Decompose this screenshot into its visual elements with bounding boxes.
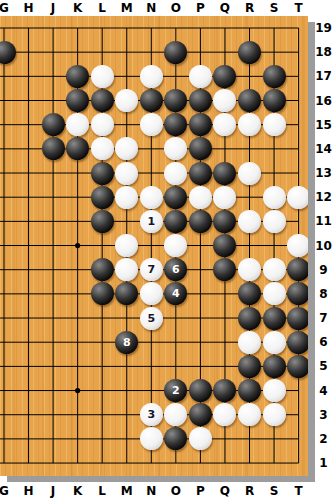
column-label-K: K: [68, 0, 88, 16]
stone-black-M6-move-8: 8: [115, 331, 138, 354]
stone-black-L8: [91, 282, 114, 305]
stone-white-L15: [91, 113, 114, 136]
stone-black-R7: [238, 307, 261, 330]
stone-black-P4: [189, 379, 212, 402]
move-number-label: 6: [164, 258, 187, 281]
stone-black-S17: [263, 65, 286, 88]
stone-white-T10: [287, 234, 308, 257]
column-label-R: R: [240, 0, 260, 16]
row-label-15: 15: [315, 117, 332, 133]
column-label-M: M: [117, 0, 137, 16]
stone-white-S9: [263, 258, 286, 281]
stone-white-Q12: [213, 186, 236, 209]
column-label-O: O: [166, 0, 186, 16]
stone-black-L16: [91, 89, 114, 112]
row-label-2: 2: [315, 431, 332, 447]
move-number-label: 1: [140, 210, 163, 233]
column-label-N: N: [141, 0, 161, 16]
column-label-J: J: [43, 0, 63, 16]
column-label-K: K: [68, 482, 88, 500]
stone-black-P13: [189, 162, 212, 185]
column-labels-bottom: GHJKLMNOPQRST: [0, 482, 332, 500]
stone-black-P16: [189, 89, 212, 112]
stone-black-L11: [91, 210, 114, 233]
column-label-P: P: [190, 482, 210, 500]
row-label-14: 14: [315, 141, 332, 157]
move-number-label: 3: [140, 403, 163, 426]
stone-black-S16: [263, 89, 286, 112]
column-label-G: G: [0, 482, 14, 500]
stone-black-O9-move-6: 6: [164, 258, 187, 281]
row-label-10: 10: [315, 238, 332, 254]
stone-white-R11: [238, 210, 261, 233]
stone-black-R4: [238, 379, 261, 402]
column-label-R: R: [240, 482, 260, 500]
stone-white-N9-move-7: 7: [140, 258, 163, 281]
column-labels-top: GHJKLMNOPQRST: [0, 0, 332, 16]
stone-black-L13: [91, 162, 114, 185]
row-label-11: 11: [315, 213, 332, 229]
stone-black-J15: [42, 113, 65, 136]
stone-black-K17: [66, 65, 89, 88]
stone-white-R6: [238, 331, 261, 354]
stone-black-O8-move-4: 4: [164, 282, 187, 305]
column-label-O: O: [166, 482, 186, 500]
stone-white-S11: [263, 210, 286, 233]
row-label-6: 6: [315, 334, 332, 350]
column-label-L: L: [92, 0, 112, 16]
stone-white-M13: [115, 162, 138, 185]
stone-white-S12: [263, 186, 286, 209]
stone-black-R5: [238, 355, 261, 378]
go-diagram-screen: GHJKLMNOPQRST 64821753 19181716151413121…: [0, 0, 332, 500]
row-label-16: 16: [315, 93, 332, 109]
column-label-Q: Q: [215, 482, 235, 500]
row-label-5: 5: [315, 358, 332, 374]
stone-black-P11: [189, 210, 212, 233]
row-label-1: 1: [315, 455, 332, 471]
row-label-12: 12: [315, 189, 332, 205]
star-point-K4: [75, 388, 80, 393]
column-label-T: T: [289, 482, 309, 500]
stone-white-O13: [164, 162, 187, 185]
stone-white-N3-move-3: 3: [140, 403, 163, 426]
column-label-H: H: [19, 482, 39, 500]
stone-black-S5: [263, 355, 286, 378]
stone-white-S15: [263, 113, 286, 136]
column-label-G: G: [0, 0, 14, 16]
stone-white-N12: [140, 186, 163, 209]
move-number-label: 5: [140, 307, 163, 330]
column-label-H: H: [19, 0, 39, 16]
stone-white-N15: [140, 113, 163, 136]
stone-black-N16: [140, 89, 163, 112]
stone-black-L9: [91, 258, 114, 281]
stone-black-O12: [164, 186, 187, 209]
column-label-L: L: [92, 482, 112, 500]
stone-black-T9: [287, 258, 308, 281]
stone-black-T8: [287, 282, 308, 305]
column-label-N: N: [141, 482, 161, 500]
stone-white-N17: [140, 65, 163, 88]
stone-black-O4-move-2: 2: [164, 379, 187, 402]
stone-black-L12: [91, 186, 114, 209]
row-label-3: 3: [315, 407, 332, 423]
stone-black-T5: [287, 355, 308, 378]
row-label-8: 8: [315, 286, 332, 302]
column-label-Q: Q: [215, 0, 235, 16]
star-point-K10: [75, 243, 80, 248]
stone-white-S8: [263, 282, 286, 305]
stone-white-S3: [263, 403, 286, 426]
stone-black-K16: [66, 89, 89, 112]
row-label-17: 17: [315, 68, 332, 84]
stone-white-M12: [115, 186, 138, 209]
stone-black-P15: [189, 113, 212, 136]
row-label-4: 4: [315, 383, 332, 399]
stone-black-P3: [189, 403, 212, 426]
column-label-J: J: [43, 482, 63, 500]
stone-white-R13: [238, 162, 261, 185]
stone-black-O18: [164, 41, 187, 64]
row-label-13: 13: [315, 165, 332, 181]
stone-white-N7-move-5: 5: [140, 307, 163, 330]
row-label-7: 7: [315, 310, 332, 326]
go-board[interactable]: 64821753: [0, 16, 308, 476]
move-number-label: 7: [140, 258, 163, 281]
column-label-P: P: [190, 0, 210, 16]
stone-black-T6: [287, 331, 308, 354]
stone-white-T12: [287, 186, 308, 209]
column-label-T: T: [289, 0, 309, 16]
move-number-label: 8: [115, 331, 138, 354]
stone-white-P12: [189, 186, 212, 209]
column-label-M: M: [117, 482, 137, 500]
row-label-9: 9: [315, 262, 332, 278]
stone-white-S6: [263, 331, 286, 354]
stone-white-N11-move-1: 1: [140, 210, 163, 233]
row-label-18: 18: [315, 44, 332, 60]
stone-black-R16: [238, 89, 261, 112]
stone-black-S7: [263, 307, 286, 330]
column-label-S: S: [264, 0, 284, 16]
stone-black-J14: [42, 137, 65, 160]
stone-white-L17: [91, 65, 114, 88]
stone-white-P17: [189, 65, 212, 88]
stone-white-L14: [91, 137, 114, 160]
stone-black-T7: [287, 307, 308, 330]
stone-white-N8: [140, 282, 163, 305]
row-label-19: 19: [315, 20, 332, 36]
column-label-S: S: [264, 482, 284, 500]
stone-black-R18: [238, 41, 261, 64]
stone-white-S4: [263, 379, 286, 402]
move-number-label: 4: [164, 282, 187, 305]
move-number-label: 2: [164, 379, 187, 402]
stone-black-Q13: [213, 162, 236, 185]
row-labels-right: 19181716151413121110987654321: [315, 16, 332, 476]
